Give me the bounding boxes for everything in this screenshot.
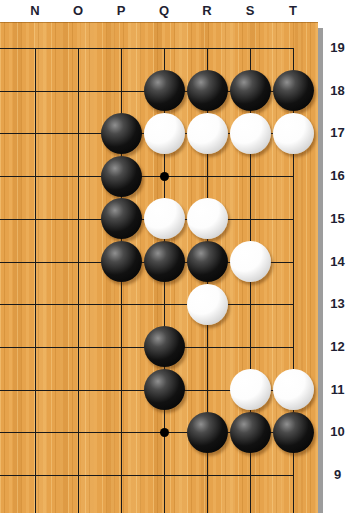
row-label-11: 11: [323, 382, 352, 398]
white-stone-R13: [187, 284, 228, 325]
black-stone-P15: [101, 198, 142, 239]
black-stone-R14: [187, 241, 228, 282]
column-label-R: R: [196, 3, 218, 19]
white-stone-Q15: [144, 198, 185, 239]
black-stone-Q11: [144, 369, 185, 410]
row-label-9: 9: [323, 467, 352, 483]
black-stone-T18: [273, 70, 314, 111]
row-label-16: 16: [323, 168, 352, 184]
row-label-19: 19: [323, 40, 352, 56]
grid-vline-O: [78, 48, 79, 513]
row-label-12: 12: [323, 339, 352, 355]
black-stone-P16: [101, 156, 142, 197]
go-board-diagram: MNOPQRST 1918171615141312111098: [0, 0, 352, 513]
black-stone-Q18: [144, 70, 185, 111]
row-label-15: 15: [323, 211, 352, 227]
black-stone-S18: [230, 70, 271, 111]
black-stone-R18: [187, 70, 228, 111]
column-label-O: O: [67, 3, 89, 19]
row-label-14: 14: [323, 254, 352, 270]
black-stone-Q12: [144, 326, 185, 367]
white-stone-Q17: [144, 113, 185, 154]
white-stone-T17: [273, 113, 314, 154]
white-stone-T11: [273, 369, 314, 410]
column-label-P: P: [110, 3, 132, 19]
star-point-Q16: [160, 172, 169, 181]
column-labels-strip: MNOPQRST: [0, 0, 352, 22]
white-stone-S17: [230, 113, 271, 154]
column-label-T: T: [282, 3, 304, 19]
row-label-13: 13: [323, 296, 352, 312]
column-label-Q: Q: [153, 3, 175, 19]
black-stone-S10: [230, 412, 271, 453]
row-label-18: 18: [323, 83, 352, 99]
black-stone-P17: [101, 113, 142, 154]
column-label-N: N: [24, 3, 46, 19]
black-stone-Q14: [144, 241, 185, 282]
black-stone-T10: [273, 412, 314, 453]
column-label-S: S: [239, 3, 261, 19]
white-stone-S11: [230, 369, 271, 410]
grid-vline-N: [35, 48, 36, 513]
row-label-17: 17: [323, 125, 352, 141]
star-point-Q10: [160, 428, 169, 437]
white-stone-R15: [187, 198, 228, 239]
white-stone-S14: [230, 241, 271, 282]
column-label-M: M: [0, 3, 3, 19]
row-labels-strip: 1918171615141312111098: [323, 0, 352, 513]
black-stone-P14: [101, 241, 142, 282]
row-label-10: 10: [323, 424, 352, 440]
black-stone-R10: [187, 412, 228, 453]
white-stone-R17: [187, 113, 228, 154]
